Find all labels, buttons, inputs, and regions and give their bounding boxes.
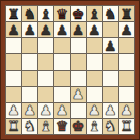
square-d5[interactable] [54, 54, 69, 69]
piece-black-pawn: ♟ [23, 22, 36, 36]
square-b7[interactable]: ♟ [22, 22, 37, 37]
chess-board-frame: ♜♞♝♛♚♝♞♜♟♟♟♟♟♟♟♟♟♟♟♟♟♟♟♟♜♞♝♛♚♝♞♜ [0, 0, 140, 140]
chess-board: ♜♞♝♛♚♝♞♜♟♟♟♟♟♟♟♟♟♟♟♟♟♟♟♟♜♞♝♛♚♝♞♜ [5, 5, 135, 135]
piece-white-pawn: ♟ [56, 103, 69, 117]
square-d3[interactable] [54, 87, 69, 102]
square-f5[interactable] [87, 54, 102, 69]
square-f3[interactable] [87, 87, 102, 102]
square-g3[interactable] [103, 87, 118, 102]
square-e4[interactable] [71, 71, 86, 86]
piece-white-pawn: ♟ [120, 103, 133, 117]
piece-black-pawn: ♟ [104, 38, 117, 52]
square-c1[interactable]: ♝ [38, 119, 53, 134]
piece-white-knight: ♞ [104, 119, 117, 133]
square-b1[interactable]: ♞ [22, 119, 37, 134]
square-c3[interactable] [38, 87, 53, 102]
piece-white-pawn: ♟ [104, 103, 117, 117]
square-d4[interactable] [54, 71, 69, 86]
square-g8[interactable]: ♞ [103, 6, 118, 21]
piece-black-pawn: ♟ [7, 22, 20, 36]
square-b4[interactable] [22, 71, 37, 86]
piece-black-king: ♚ [72, 6, 85, 20]
square-g6[interactable]: ♟ [103, 38, 118, 53]
square-e7[interactable]: ♟ [71, 22, 86, 37]
piece-white-pawn: ♟ [88, 103, 101, 117]
square-d1[interactable]: ♛ [54, 119, 69, 134]
piece-white-rook: ♜ [7, 119, 20, 133]
square-h5[interactable] [119, 54, 134, 69]
square-b6[interactable] [22, 38, 37, 53]
square-h6[interactable] [119, 38, 134, 53]
square-h4[interactable] [119, 71, 134, 86]
square-c4[interactable] [38, 71, 53, 86]
square-d7[interactable]: ♟ [54, 22, 69, 37]
piece-white-pawn: ♟ [7, 103, 20, 117]
square-a2[interactable]: ♟ [6, 103, 21, 118]
square-e6[interactable] [71, 38, 86, 53]
square-c6[interactable] [38, 38, 53, 53]
square-a8[interactable]: ♜ [6, 6, 21, 21]
square-e2[interactable] [71, 103, 86, 118]
piece-black-rook: ♜ [7, 6, 20, 20]
square-e8[interactable]: ♚ [71, 6, 86, 21]
square-e1[interactable]: ♚ [71, 119, 86, 134]
square-h2[interactable]: ♟ [119, 103, 134, 118]
square-a7[interactable]: ♟ [6, 22, 21, 37]
piece-black-pawn: ♟ [120, 22, 133, 36]
piece-white-king: ♚ [72, 119, 85, 133]
piece-white-queen: ♛ [56, 119, 69, 133]
piece-black-bishop: ♝ [40, 6, 53, 20]
square-c8[interactable]: ♝ [38, 6, 53, 21]
square-b2[interactable]: ♟ [22, 103, 37, 118]
square-b8[interactable]: ♞ [22, 6, 37, 21]
piece-black-pawn: ♟ [88, 22, 101, 36]
piece-white-pawn: ♟ [40, 103, 53, 117]
square-h1[interactable]: ♜ [119, 119, 134, 134]
square-g2[interactable]: ♟ [103, 103, 118, 118]
square-h7[interactable]: ♟ [119, 22, 134, 37]
square-c2[interactable]: ♟ [38, 103, 53, 118]
square-g5[interactable] [103, 54, 118, 69]
piece-black-knight: ♞ [23, 6, 36, 20]
square-a6[interactable] [6, 38, 21, 53]
square-a1[interactable]: ♜ [6, 119, 21, 134]
square-c5[interactable] [38, 54, 53, 69]
piece-white-pawn: ♟ [23, 103, 36, 117]
square-g4[interactable] [103, 71, 118, 86]
square-a4[interactable] [6, 71, 21, 86]
piece-black-queen: ♛ [56, 6, 69, 20]
square-g1[interactable]: ♞ [103, 119, 118, 134]
piece-white-bishop: ♝ [88, 119, 101, 133]
square-e3[interactable]: ♟ [71, 87, 86, 102]
square-e5[interactable] [71, 54, 86, 69]
piece-white-pawn: ♟ [72, 87, 85, 101]
square-f8[interactable]: ♝ [87, 6, 102, 21]
square-g7[interactable] [103, 22, 118, 37]
square-b3[interactable] [22, 87, 37, 102]
square-f6[interactable] [87, 38, 102, 53]
square-h8[interactable]: ♜ [119, 6, 134, 21]
piece-white-rook: ♜ [120, 119, 133, 133]
piece-black-bishop: ♝ [88, 6, 101, 20]
square-f2[interactable]: ♟ [87, 103, 102, 118]
piece-black-rook: ♜ [120, 6, 133, 20]
square-f7[interactable]: ♟ [87, 22, 102, 37]
piece-black-pawn: ♟ [72, 22, 85, 36]
square-a3[interactable] [6, 87, 21, 102]
square-h3[interactable] [119, 87, 134, 102]
square-b5[interactable] [22, 54, 37, 69]
square-c7[interactable]: ♟ [38, 22, 53, 37]
square-a5[interactable] [6, 54, 21, 69]
piece-black-knight: ♞ [104, 6, 117, 20]
piece-white-bishop: ♝ [40, 119, 53, 133]
square-f4[interactable] [87, 71, 102, 86]
square-d8[interactable]: ♛ [54, 6, 69, 21]
piece-black-pawn: ♟ [40, 22, 53, 36]
square-d2[interactable]: ♟ [54, 103, 69, 118]
square-d6[interactable] [54, 38, 69, 53]
piece-white-knight: ♞ [23, 119, 36, 133]
square-f1[interactable]: ♝ [87, 119, 102, 134]
piece-black-pawn: ♟ [56, 22, 69, 36]
